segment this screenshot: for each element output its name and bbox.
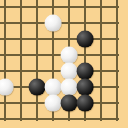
black-stone[interactable] xyxy=(77,31,94,48)
white-stone[interactable] xyxy=(45,95,62,112)
white-stone[interactable] xyxy=(0,79,13,96)
white-stone[interactable] xyxy=(45,15,62,32)
white-stone[interactable] xyxy=(61,63,78,80)
board-right-edge-line xyxy=(116,0,118,121)
black-stone[interactable] xyxy=(77,95,94,112)
white-stone[interactable] xyxy=(61,47,78,64)
white-stone[interactable] xyxy=(61,79,78,96)
board-bottom-edge-line xyxy=(0,118,119,120)
black-stone[interactable] xyxy=(61,95,78,112)
go-board[interactable] xyxy=(0,0,128,128)
white-stone[interactable] xyxy=(45,79,62,96)
black-stone[interactable] xyxy=(77,79,94,96)
black-stone[interactable] xyxy=(77,63,94,80)
black-stone[interactable] xyxy=(29,79,46,96)
